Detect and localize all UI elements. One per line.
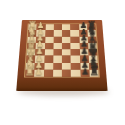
square-g4[interactable]: [53, 63, 62, 70]
square-g5[interactable]: [62, 63, 71, 70]
white-pawn[interactable]: ♟: [35, 68, 43, 77]
square-e4[interactable]: [53, 49, 62, 56]
square-g6[interactable]: [71, 63, 80, 70]
chess-board: ♜♟♟♜♞♟♟♞♝♟♟♝♛♟♟♛♚♟♟♚♝♟♟♝♞♟♟♞♜♟♟♜: [24, 24, 100, 78]
square-h6[interactable]: [71, 70, 80, 77]
square-e6[interactable]: [71, 49, 80, 56]
scene: ♜♟♟♜♞♟♟♞♝♟♟♝♛♟♟♛♚♟♟♚♝♟♟♝♞♟♟♞♜♟♟♜: [0, 0, 125, 125]
square-e3[interactable]: [44, 49, 53, 56]
white-rook[interactable]: ♜: [25, 65, 35, 77]
square-h8[interactable]: ♜: [89, 70, 99, 77]
black-pawn[interactable]: ♟: [81, 68, 89, 77]
square-h1[interactable]: ♜: [25, 70, 35, 77]
square-f5[interactable]: [62, 56, 71, 63]
square-e5[interactable]: [62, 49, 71, 56]
square-f6[interactable]: [71, 56, 80, 63]
square-h2[interactable]: ♟: [34, 70, 43, 77]
square-h5[interactable]: [62, 70, 71, 77]
square-f4[interactable]: [53, 56, 62, 63]
photo-background: ♜♟♟♜♞♟♟♞♝♟♟♝♛♟♟♛♚♟♟♚♝♟♟♝♞♟♟♞♜♟♟♜: [0, 0, 125, 125]
square-h3[interactable]: [44, 70, 53, 77]
square-h4[interactable]: [53, 70, 62, 77]
square-g3[interactable]: [44, 63, 53, 70]
black-rook[interactable]: ♜: [89, 65, 99, 77]
chess-board-frame: ♜♟♟♜♞♟♟♞♝♟♟♝♛♟♟♛♚♟♟♚♝♟♟♝♞♟♟♞♜♟♟♜: [16, 20, 107, 91]
square-f3[interactable]: [44, 56, 53, 63]
